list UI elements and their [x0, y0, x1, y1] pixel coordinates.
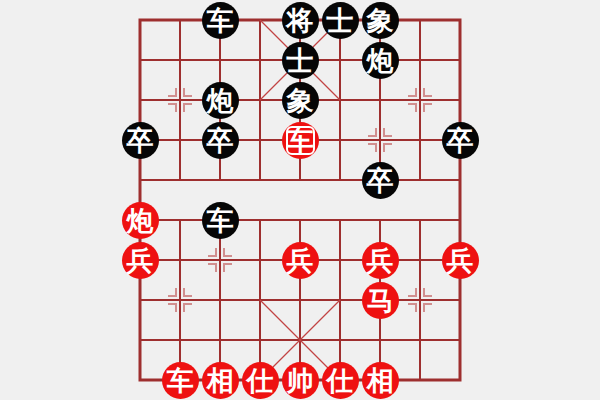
board-intersection[interactable]: [240, 320, 280, 360]
board-intersection[interactable]: [160, 320, 200, 360]
piece-glyph: 相: [367, 367, 394, 394]
piece-black-soldier[interactable]: 卒: [122, 122, 159, 159]
board-intersection[interactable]: [440, 200, 480, 240]
board-intersection[interactable]: [360, 200, 400, 240]
board-intersection[interactable]: [400, 80, 440, 120]
board-intersection[interactable]: [440, 320, 480, 360]
board-intersection[interactable]: [320, 160, 360, 200]
piece-glyph: 仕: [247, 367, 274, 394]
board-intersection[interactable]: [320, 320, 360, 360]
board-intersection[interactable]: [360, 320, 400, 360]
board-intersection[interactable]: [360, 120, 400, 160]
board-intersection[interactable]: [200, 160, 240, 200]
board-intersection[interactable]: [280, 280, 320, 320]
board-intersection[interactable]: [360, 80, 400, 120]
piece-red-soldier[interactable]: 兵: [442, 242, 479, 279]
board-intersection[interactable]: [200, 40, 240, 80]
piece-red-cannon[interactable]: 炮: [122, 202, 159, 239]
piece-black-soldier[interactable]: 卒: [362, 162, 399, 199]
board-intersection[interactable]: [240, 280, 280, 320]
piece-glyph: 士: [287, 47, 314, 74]
xiangqi-board: 车将士象士炮炮象卒卒车卒卒炮车兵兵兵兵马车相仕帅仕相: [0, 0, 600, 400]
piece-black-chariot[interactable]: 车: [202, 202, 239, 239]
piece-red-advisor[interactable]: 仕: [322, 362, 359, 399]
board-intersection[interactable]: [160, 200, 200, 240]
board-intersection[interactable]: [440, 0, 480, 40]
piece-black-elephant[interactable]: 象: [282, 82, 319, 119]
piece-glyph: 炮: [367, 47, 394, 74]
board-intersection[interactable]: [240, 240, 280, 280]
piece-glyph: 车: [287, 127, 314, 154]
board-intersection[interactable]: [400, 280, 440, 320]
board-intersection[interactable]: [320, 40, 360, 80]
board-intersection[interactable]: [160, 80, 200, 120]
piece-glyph: 卒: [127, 127, 154, 154]
piece-black-chariot[interactable]: 车: [202, 2, 239, 39]
piece-glyph: 炮: [207, 87, 234, 114]
board-intersection[interactable]: [440, 160, 480, 200]
piece-glyph: 卒: [447, 127, 474, 154]
board-intersection[interactable]: [400, 40, 440, 80]
piece-red-soldier[interactable]: 兵: [282, 242, 319, 279]
piece-glyph: 马: [367, 287, 394, 314]
board-intersection[interactable]: [320, 80, 360, 120]
piece-glyph: 车: [167, 367, 194, 394]
board-intersection[interactable]: [200, 240, 240, 280]
board-intersection[interactable]: [400, 360, 440, 400]
piece-red-chariot[interactable]: 车: [282, 122, 319, 159]
board-intersection[interactable]: [280, 320, 320, 360]
piece-black-soldier[interactable]: 卒: [202, 122, 239, 159]
board-intersection[interactable]: [440, 360, 480, 400]
piece-glyph: 兵: [127, 247, 154, 274]
piece-glyph: 仕: [327, 367, 354, 394]
piece-red-chariot[interactable]: 车: [162, 362, 199, 399]
board-intersection[interactable]: [320, 240, 360, 280]
board-intersection[interactable]: [200, 280, 240, 320]
board-intersection[interactable]: [400, 160, 440, 200]
piece-black-advisor[interactable]: 士: [322, 2, 359, 39]
piece-red-general[interactable]: 帅: [282, 362, 319, 399]
board-intersection[interactable]: [120, 360, 160, 400]
board-intersection[interactable]: [120, 160, 160, 200]
board-intersection[interactable]: [320, 200, 360, 240]
piece-glyph: 将: [287, 7, 314, 34]
board-intersection[interactable]: [120, 0, 160, 40]
piece-red-elephant[interactable]: 相: [362, 362, 399, 399]
board-intersection[interactable]: [240, 120, 280, 160]
piece-black-general[interactable]: 将: [282, 2, 319, 39]
piece-red-soldier[interactable]: 兵: [362, 242, 399, 279]
board-intersection[interactable]: [440, 280, 480, 320]
piece-glyph: 相: [207, 367, 234, 394]
piece-glyph: 卒: [367, 167, 394, 194]
board-intersection[interactable]: [440, 80, 480, 120]
board-intersection[interactable]: [160, 160, 200, 200]
board-intersection[interactable]: [280, 200, 320, 240]
piece-red-soldier[interactable]: 兵: [122, 242, 159, 279]
piece-red-advisor[interactable]: 仕: [242, 362, 279, 399]
board-intersection[interactable]: [400, 240, 440, 280]
piece-black-elephant[interactable]: 象: [362, 2, 399, 39]
board-intersection[interactable]: [400, 320, 440, 360]
board-intersection[interactable]: [120, 320, 160, 360]
piece-glyph: 车: [207, 207, 234, 234]
board-intersection[interactable]: [400, 0, 440, 40]
board-intersection[interactable]: [440, 40, 480, 80]
piece-red-elephant[interactable]: 相: [202, 362, 239, 399]
board-intersection[interactable]: [240, 200, 280, 240]
piece-glyph: 炮: [127, 207, 154, 234]
board-intersection[interactable]: [120, 80, 160, 120]
piece-glyph: 兵: [367, 247, 394, 274]
board-intersection[interactable]: [120, 280, 160, 320]
piece-glyph: 兵: [447, 247, 474, 274]
board-intersection[interactable]: [160, 240, 200, 280]
piece-glyph: 帅: [287, 367, 314, 394]
board-intersection[interactable]: [320, 120, 360, 160]
board-intersection[interactable]: [160, 120, 200, 160]
piece-glyph: 车: [207, 7, 234, 34]
piece-glyph: 兵: [287, 247, 314, 274]
board-intersection[interactable]: [160, 280, 200, 320]
piece-black-soldier[interactable]: 卒: [442, 122, 479, 159]
board-intersection[interactable]: [240, 80, 280, 120]
board-intersection[interactable]: [160, 40, 200, 80]
piece-black-cannon[interactable]: 炮: [202, 82, 239, 119]
board-intersection[interactable]: [240, 40, 280, 80]
board-intersection[interactable]: [120, 40, 160, 80]
board-intersection[interactable]: [400, 120, 440, 160]
piece-glyph: 卒: [207, 127, 234, 154]
board-intersection[interactable]: [400, 200, 440, 240]
piece-glyph: 象: [287, 87, 314, 114]
board-intersection[interactable]: [200, 320, 240, 360]
piece-glyph: 士: [327, 7, 354, 34]
piece-glyph: 象: [367, 7, 394, 34]
piece-red-horse[interactable]: 马: [362, 282, 399, 319]
piece-black-advisor[interactable]: 士: [282, 42, 319, 79]
board-intersection[interactable]: [240, 160, 280, 200]
board-intersection[interactable]: [320, 280, 360, 320]
board-intersection[interactable]: [280, 160, 320, 200]
piece-black-cannon[interactable]: 炮: [362, 42, 399, 79]
board-intersection[interactable]: [160, 0, 200, 40]
board-intersection[interactable]: [240, 0, 280, 40]
